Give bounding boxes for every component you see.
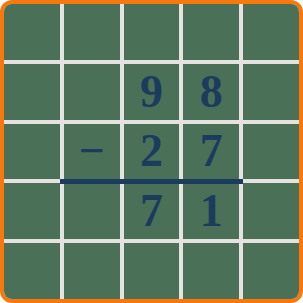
grid-cell-r1c1: [64, 64, 120, 120]
grid-cell-r3c0: [4, 183, 60, 239]
grid-cell-r0c1: [64, 4, 120, 60]
minus-sign: −: [64, 124, 120, 180]
grid-cell-r4c3: [183, 243, 239, 299]
grid-cell-r2c0: [4, 124, 60, 180]
grid-cell-r4c4: [243, 243, 299, 299]
answer-tens-digit: 7: [124, 183, 180, 239]
grid-cell-r4c0: [4, 243, 60, 299]
grid-cell-r0c2: [124, 4, 180, 60]
grid-cell-r2c4: [243, 124, 299, 180]
worksheet-image: 9 8 − 2 7 7 1: [0, 0, 303, 303]
grid-cell-r0c4: [243, 4, 299, 60]
minuend-tens-digit: 9: [124, 64, 180, 120]
grid-cell-r0c3: [183, 4, 239, 60]
grid-cell-r1c0: [4, 64, 60, 120]
minuend-ones-digit: 8: [183, 64, 239, 120]
answer-ones-digit: 1: [183, 183, 239, 239]
subtrahend-tens-digit: 2: [124, 124, 180, 180]
grid-cell-r4c1: [64, 243, 120, 299]
grid-cell-r3c4: [243, 183, 299, 239]
subtrahend-ones-digit: 7: [183, 124, 239, 180]
math-grid: 9 8 − 2 7 7 1: [4, 4, 299, 299]
grid-cell-r3c1: [64, 183, 120, 239]
grid-cell-r4c2: [124, 243, 180, 299]
grid-cell-r1c4: [243, 64, 299, 120]
grid-cell-r0c0: [4, 4, 60, 60]
answer-line: [60, 179, 243, 184]
subtraction-board: 9 8 − 2 7 7 1: [0, 0, 303, 303]
